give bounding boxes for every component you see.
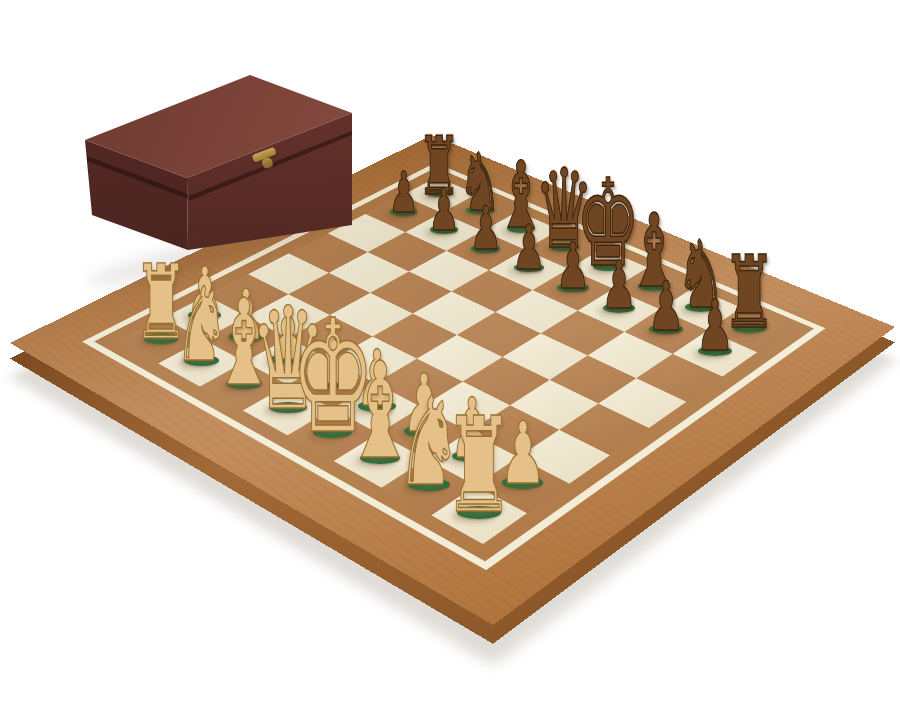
clasp-hook bbox=[261, 157, 274, 170]
storage-box bbox=[70, 68, 370, 263]
chess-set-photo: ♜♞♝♛♚♝♞♜♟♟♟♟♟♟♟♟♟♟♟♟♟♟♟♟♜♞♝♛♚♝♞♜ bbox=[0, 0, 900, 720]
